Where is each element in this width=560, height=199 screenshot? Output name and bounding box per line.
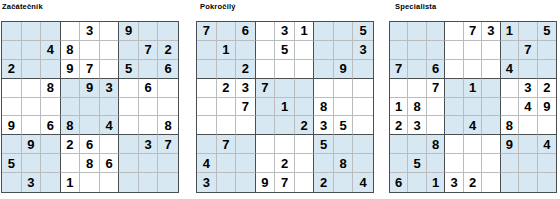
sudoku-cell[interactable]: 2 (464, 173, 482, 192)
sudoku-cell[interactable]: 3 (197, 173, 217, 192)
sudoku-cell[interactable]: 8 (61, 116, 81, 135)
sudoku-cell[interactable] (100, 135, 120, 154)
sudoku-cell[interactable] (464, 41, 482, 60)
sudoku-cell[interactable]: 5 (353, 22, 373, 41)
sudoku-cell[interactable] (408, 173, 426, 192)
sudoku-cell[interactable]: 6 (390, 173, 408, 192)
sudoku-cell[interactable]: 3 (236, 79, 256, 98)
sudoku-cell[interactable] (501, 173, 519, 192)
sudoku-cell[interactable]: 1 (61, 173, 81, 192)
sudoku-cell[interactable] (2, 173, 22, 192)
sudoku-cell[interactable] (353, 116, 373, 135)
sudoku-cell[interactable]: 7 (197, 22, 217, 41)
sudoku-cell[interactable] (482, 98, 500, 117)
sudoku-cell[interactable] (482, 41, 500, 60)
sudoku-cell[interactable]: 8 (61, 41, 81, 60)
sudoku-cell[interactable]: 7 (158, 135, 178, 154)
sudoku-cell[interactable] (256, 154, 276, 173)
sudoku-cell[interactable] (41, 154, 61, 173)
sudoku-cell[interactable] (501, 41, 519, 60)
sudoku-cell[interactable] (236, 173, 256, 192)
given-digit: 2 (320, 176, 327, 189)
sudoku-cell[interactable] (22, 60, 42, 79)
sudoku-cell[interactable] (61, 154, 81, 173)
sudoku-cell[interactable] (408, 135, 426, 154)
sudoku-cell[interactable] (427, 116, 445, 135)
given-digit: 5 (340, 119, 347, 132)
sudoku-cell[interactable] (519, 60, 537, 79)
given-digit: 8 (414, 100, 421, 113)
sudoku-cell[interactable] (100, 98, 120, 117)
sudoku-cell[interactable] (519, 116, 537, 135)
sudoku-cell[interactable] (236, 154, 256, 173)
sudoku-cell[interactable] (519, 154, 537, 173)
sudoku-cell[interactable] (408, 22, 426, 41)
sudoku-cell[interactable]: 9 (61, 60, 81, 79)
given-digit: 8 (86, 157, 93, 170)
sudoku-cell[interactable] (275, 79, 295, 98)
sudoku-cell[interactable] (538, 60, 556, 79)
given-digit: 1 (395, 100, 402, 113)
sudoku-cell[interactable] (445, 79, 463, 98)
given-digit: 8 (66, 43, 73, 56)
sudoku-cell[interactable] (295, 79, 315, 98)
sudoku-cell[interactable] (390, 79, 408, 98)
sudoku-cell[interactable] (158, 22, 178, 41)
sudoku-cell[interactable]: 6 (80, 135, 100, 154)
sudoku-cell[interactable]: 2 (538, 79, 556, 98)
sudoku-cell[interactable]: 5 (119, 60, 139, 79)
given-digit: 3 (320, 119, 327, 132)
sudoku-cell[interactable]: 2 (236, 60, 256, 79)
sudoku-cell[interactable] (334, 98, 354, 117)
sudoku-cell[interactable] (353, 79, 373, 98)
sudoku-cell[interactable] (2, 22, 22, 41)
given-digit: 4 (47, 43, 54, 56)
sudoku-cell[interactable]: 2 (217, 79, 237, 98)
sudoku-cell[interactable] (314, 22, 334, 41)
sudoku-cell[interactable] (236, 116, 256, 135)
sudoku-cell[interactable]: 4 (100, 116, 120, 135)
sudoku-cell[interactable] (519, 22, 537, 41)
given-digit: 5 (320, 138, 327, 151)
sudoku-cell[interactable]: 2 (2, 60, 22, 79)
sudoku-cell[interactable] (295, 154, 315, 173)
sudoku-cell[interactable] (100, 41, 120, 60)
given-digit: 7 (86, 62, 93, 75)
sudoku-cell[interactable] (217, 98, 237, 117)
sudoku-cell[interactable] (22, 154, 42, 173)
sudoku-cell[interactable] (41, 22, 61, 41)
sudoku-cell[interactable] (197, 98, 217, 117)
sudoku-cell[interactable] (139, 60, 159, 79)
sudoku-cell[interactable] (119, 41, 139, 60)
sudoku-cell[interactable]: 4 (41, 41, 61, 60)
sudoku-cell[interactable] (390, 41, 408, 60)
sudoku-cell[interactable] (139, 22, 159, 41)
sudoku-cell[interactable] (519, 173, 537, 192)
sudoku-cell[interactable]: 4 (464, 116, 482, 135)
sudoku-cell[interactable]: 1 (427, 173, 445, 192)
sudoku-cell[interactable]: 6 (236, 22, 256, 41)
sudoku-cell[interactable] (100, 60, 120, 79)
sudoku-cell[interactable] (445, 60, 463, 79)
sudoku-cell[interactable]: 6 (427, 60, 445, 79)
given-digit: 2 (222, 81, 229, 94)
sudoku-cell[interactable] (217, 116, 237, 135)
sudoku-cell[interactable]: 6 (41, 116, 61, 135)
given-digit: 1 (432, 176, 439, 189)
sudoku-cell[interactable]: 7 (464, 22, 482, 41)
sudoku-cell[interactable] (41, 98, 61, 117)
sudoku-cell[interactable] (390, 154, 408, 173)
given-digit: 7 (242, 100, 249, 113)
sudoku-cell[interactable] (427, 98, 445, 117)
sudoku-cell[interactable]: 7 (390, 60, 408, 79)
sudoku-cell[interactable] (119, 154, 139, 173)
sudoku-cell[interactable] (334, 79, 354, 98)
sudoku-cell[interactable]: 1 (464, 79, 482, 98)
given-digit: 7 (203, 24, 210, 37)
sudoku-cell[interactable] (334, 135, 354, 154)
sudoku-cell[interactable]: 3 (275, 22, 295, 41)
sudoku-cell[interactable] (256, 98, 276, 117)
given-digit: 2 (395, 119, 402, 132)
given-digit: 7 (165, 138, 172, 151)
sudoku-cell[interactable]: 3 (22, 173, 42, 192)
sudoku-cell[interactable] (538, 116, 556, 135)
sudoku-cell[interactable] (100, 173, 120, 192)
given-digit: 8 (165, 119, 172, 132)
given-digit: 3 (524, 81, 531, 94)
given-digit: 2 (469, 176, 476, 189)
sudoku-cell[interactable]: 8 (41, 79, 61, 98)
given-digit: 4 (506, 62, 513, 75)
sudoku-cell[interactable]: 8 (334, 154, 354, 173)
sudoku-cell[interactable]: 3 (519, 79, 537, 98)
given-digit: 9 (261, 176, 268, 189)
sudoku-cell[interactable] (334, 22, 354, 41)
sudoku-cell[interactable]: 3 (482, 22, 500, 41)
sudoku-cell[interactable]: 5 (538, 22, 556, 41)
sudoku-cell[interactable]: 1 (275, 98, 295, 117)
sudoku-cell[interactable] (464, 135, 482, 154)
given-digit: 8 (66, 119, 73, 132)
sudoku-cell[interactable]: 2 (390, 116, 408, 135)
given-digit: 4 (524, 100, 531, 113)
given-digit: 5 (281, 43, 288, 56)
given-digit: 3 (242, 81, 249, 94)
given-digit: 6 (86, 138, 93, 151)
sudoku-cell[interactable]: 1 (217, 41, 237, 60)
given-digit: 6 (47, 119, 54, 132)
sudoku-cell[interactable] (119, 98, 139, 117)
sudoku-cell[interactable] (61, 22, 81, 41)
sudoku-cell[interactable] (275, 135, 295, 154)
sudoku-cell[interactable] (445, 135, 463, 154)
sudoku-cell[interactable] (22, 98, 42, 117)
given-digit: 6 (145, 81, 152, 94)
given-digit: 7 (281, 176, 288, 189)
sudoku-cell[interactable]: 8 (80, 154, 100, 173)
sudoku-cell[interactable]: 8 (427, 135, 445, 154)
sudoku-cell[interactable] (197, 116, 217, 135)
sudoku-cell[interactable] (2, 79, 22, 98)
sudoku-cell[interactable] (119, 79, 139, 98)
sudoku-cell[interactable] (538, 41, 556, 60)
sudoku-cell[interactable]: 2 (314, 173, 334, 192)
sudoku-cell[interactable]: 3 (445, 173, 463, 192)
sudoku-cell[interactable] (314, 60, 334, 79)
sudoku-cell[interactable]: 9 (22, 135, 42, 154)
sudoku-cell[interactable]: 3 (353, 41, 373, 60)
sudoku-cell[interactable] (2, 98, 22, 117)
sudoku-cell[interactable] (334, 41, 354, 60)
given-digit: 2 (66, 138, 73, 151)
given-digit: 2 (543, 81, 550, 94)
sudoku-cell[interactable]: 7 (139, 41, 159, 60)
sudoku-cell[interactable]: 5 (408, 154, 426, 173)
sudoku-cell[interactable] (100, 22, 120, 41)
sudoku-cell[interactable]: 1 (295, 22, 315, 41)
sudoku-cell[interactable] (314, 154, 334, 173)
sudoku-cell[interactable] (217, 22, 237, 41)
sudoku-cell[interactable] (482, 116, 500, 135)
given-digit: 3 (487, 24, 494, 37)
sudoku-cell[interactable]: 7 (236, 98, 256, 117)
sudoku-cell[interactable] (295, 173, 315, 192)
sudoku-cell[interactable] (256, 60, 276, 79)
sudoku-cell[interactable]: 2 (275, 154, 295, 173)
sudoku-cell[interactable]: 9 (501, 135, 519, 154)
sudoku-cell[interactable]: 9 (80, 79, 100, 98)
sudoku-cell[interactable] (464, 154, 482, 173)
sudoku-cell[interactable]: 3 (314, 116, 334, 135)
sudoku-cell[interactable] (158, 173, 178, 192)
sudoku-cell[interactable] (139, 116, 159, 135)
sudoku-cell[interactable] (353, 60, 373, 79)
sudoku-cell[interactable]: 7 (256, 79, 276, 98)
sudoku-cell[interactable]: 9 (538, 98, 556, 117)
given-digit: 7 (261, 81, 268, 94)
sudoku-cell[interactable] (22, 116, 42, 135)
given-digit: 3 (450, 176, 457, 189)
sudoku-cell[interactable]: 9 (256, 173, 276, 192)
sudoku-cell[interactable] (158, 98, 178, 117)
sudoku-cell[interactable]: 5 (314, 135, 334, 154)
sudoku-cell[interactable] (408, 41, 426, 60)
sudoku-cell[interactable] (482, 154, 500, 173)
sudoku-cell[interactable] (427, 41, 445, 60)
sudoku-cell[interactable] (80, 41, 100, 60)
given-digit: 7 (222, 138, 229, 151)
sudoku-cell[interactable]: 6 (100, 154, 120, 173)
sudoku-cell[interactable] (464, 60, 482, 79)
given-digit: 7 (469, 24, 476, 37)
given-digit: 3 (203, 176, 210, 189)
sudoku-cell[interactable] (519, 135, 537, 154)
sudoku-cell[interactable] (353, 154, 373, 173)
puzzle-title-advanced: Pokročilý (196, 2, 374, 21)
puzzle-title-beginner: Začátečník (1, 2, 179, 21)
sudoku-cell[interactable]: 7 (427, 79, 445, 98)
sudoku-cell[interactable] (295, 98, 315, 117)
sudoku-cell[interactable]: 3 (408, 116, 426, 135)
sudoku-cell[interactable] (197, 135, 217, 154)
sudoku-cell[interactable]: 8 (408, 98, 426, 117)
sudoku-cell[interactable] (295, 41, 315, 60)
sudoku-cell[interactable]: 7 (217, 135, 237, 154)
given-digit: 3 (105, 81, 112, 94)
sudoku-cell[interactable] (275, 116, 295, 135)
sudoku-cell[interactable] (482, 60, 500, 79)
sudoku-cell[interactable] (41, 173, 61, 192)
sudoku-cell[interactable] (217, 173, 237, 192)
sudoku-cell[interactable] (314, 79, 334, 98)
sudoku-cell[interactable] (295, 60, 315, 79)
sudoku-cell[interactable] (22, 79, 42, 98)
sudoku-cell[interactable] (80, 173, 100, 192)
sudoku-cell[interactable] (482, 79, 500, 98)
sudoku-cell[interactable] (464, 98, 482, 117)
sudoku-cell[interactable] (158, 154, 178, 173)
sudoku-cell[interactable] (445, 22, 463, 41)
sudoku-cell[interactable] (217, 154, 237, 173)
sudoku-cell[interactable] (482, 135, 500, 154)
sudoku-cell[interactable] (275, 60, 295, 79)
sudoku-cell[interactable]: 6 (139, 79, 159, 98)
sudoku-cell[interactable] (80, 98, 100, 117)
sudoku-cell[interactable]: 7 (275, 173, 295, 192)
sudoku-page: Začátečník 39487229756893696848926375863… (0, 0, 560, 199)
sudoku-cell[interactable] (197, 79, 217, 98)
sudoku-cell[interactable] (256, 116, 276, 135)
sudoku-cell[interactable] (408, 79, 426, 98)
given-digit: 1 (300, 24, 307, 37)
sudoku-cell[interactable]: 2 (158, 41, 178, 60)
given-digit: 4 (105, 119, 112, 132)
given-digit: 9 (27, 138, 34, 151)
sudoku-cell[interactable]: 5 (275, 41, 295, 60)
sudoku-cell[interactable]: 8 (158, 116, 178, 135)
sudoku-cell[interactable] (353, 98, 373, 117)
sudoku-cell[interactable] (256, 135, 276, 154)
sudoku-cell[interactable]: 7 (80, 60, 100, 79)
sudoku-cell[interactable]: 8 (501, 116, 519, 135)
sudoku-cell[interactable] (445, 116, 463, 135)
sudoku-cell[interactable]: 4 (353, 173, 373, 192)
sudoku-cell[interactable]: 2 (295, 116, 315, 135)
sudoku-cell[interactable]: 2 (61, 135, 81, 154)
sudoku-cell[interactable] (445, 98, 463, 117)
sudoku-cell[interactable] (445, 41, 463, 60)
sudoku-cell[interactable] (119, 116, 139, 135)
sudoku-cell[interactable] (139, 154, 159, 173)
sudoku-cell[interactable] (390, 22, 408, 41)
sudoku-cell[interactable] (408, 60, 426, 79)
sudoku-cell[interactable] (2, 41, 22, 60)
sudoku-cell[interactable] (427, 154, 445, 173)
sudoku-cell[interactable] (2, 135, 22, 154)
sudoku-cell[interactable] (295, 135, 315, 154)
sudoku-cell[interactable] (80, 116, 100, 135)
given-digit: 7 (524, 43, 531, 56)
sudoku-cell[interactable]: 3 (80, 22, 100, 41)
given-digit: 5 (543, 24, 550, 37)
sudoku-cell[interactable] (482, 173, 500, 192)
sudoku-cell[interactable]: 1 (390, 98, 408, 117)
sudoku-cell[interactable] (501, 98, 519, 117)
sudoku-cell[interactable] (197, 41, 217, 60)
sudoku-cell[interactable] (217, 60, 237, 79)
sudoku-cell[interactable] (61, 79, 81, 98)
sudoku-cell[interactable]: 4 (197, 154, 217, 173)
sudoku-cell[interactable] (236, 41, 256, 60)
sudoku-cell[interactable] (390, 135, 408, 154)
sudoku-cell[interactable] (41, 135, 61, 154)
sudoku-cell[interactable]: 1 (501, 22, 519, 41)
sudoku-cell[interactable]: 5 (2, 154, 22, 173)
sudoku-cell[interactable]: 4 (538, 135, 556, 154)
sudoku-cell[interactable] (22, 22, 42, 41)
sudoku-cell[interactable] (256, 41, 276, 60)
sudoku-cell[interactable] (139, 173, 159, 192)
sudoku-cell[interactable]: 9 (119, 22, 139, 41)
given-digit: 9 (506, 138, 513, 151)
sudoku-cell[interactable] (501, 154, 519, 173)
sudoku-cell[interactable] (41, 60, 61, 79)
sudoku-cell[interactable] (353, 135, 373, 154)
sudoku-cell[interactable]: 9 (2, 116, 22, 135)
sudoku-cell[interactable] (197, 60, 217, 79)
given-digit: 2 (165, 43, 172, 56)
sudoku-cell[interactable] (119, 173, 139, 192)
given-digit: 5 (360, 24, 367, 37)
sudoku-cell[interactable] (538, 154, 556, 173)
sudoku-cell[interactable] (22, 41, 42, 60)
given-digit: 2 (242, 62, 249, 75)
sudoku-cell[interactable] (501, 79, 519, 98)
sudoku-cell[interactable] (256, 22, 276, 41)
sudoku-cell[interactable]: 4 (501, 60, 519, 79)
sudoku-board-specialist: 7315776471321849234889456132 (389, 21, 557, 193)
sudoku-cell[interactable]: 5 (334, 116, 354, 135)
puzzle-beginner: Začátečník 39487229756893696848926375863… (1, 2, 179, 193)
given-digit: 9 (8, 119, 15, 132)
sudoku-board-advanced: 76315153292377182357542839724 (196, 21, 374, 193)
sudoku-cell[interactable] (445, 154, 463, 173)
sudoku-cell[interactable] (119, 135, 139, 154)
sudoku-cell[interactable]: 9 (334, 60, 354, 79)
sudoku-cell[interactable]: 3 (139, 135, 159, 154)
sudoku-cell[interactable]: 6 (158, 60, 178, 79)
sudoku-cell[interactable]: 7 (519, 41, 537, 60)
sudoku-cell[interactable]: 8 (314, 98, 334, 117)
sudoku-cell[interactable] (236, 135, 256, 154)
sudoku-cell[interactable] (427, 22, 445, 41)
given-digit: 3 (360, 43, 367, 56)
sudoku-cell[interactable] (61, 98, 81, 117)
sudoku-cell[interactable]: 4 (519, 98, 537, 117)
sudoku-cell[interactable] (139, 98, 159, 117)
given-digit: 1 (222, 43, 229, 56)
sudoku-cell[interactable] (314, 41, 334, 60)
given-digit: 4 (203, 157, 210, 170)
sudoku-cell[interactable] (334, 173, 354, 192)
sudoku-cell[interactable] (538, 173, 556, 192)
sudoku-cell[interactable]: 3 (100, 79, 120, 98)
sudoku-cell[interactable] (158, 79, 178, 98)
